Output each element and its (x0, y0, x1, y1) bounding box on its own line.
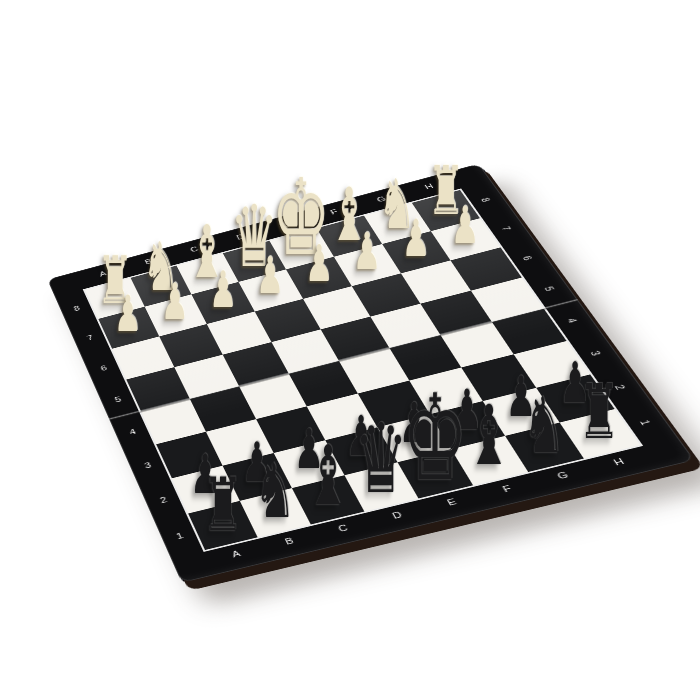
rank-label-left-7: 7 (80, 332, 101, 344)
rank-label-left-2: 2 (152, 493, 175, 506)
rank-label-right-6: 6 (518, 251, 538, 266)
piece-white-pawn-e7[interactable]: ♟ (304, 239, 332, 290)
piece-black-rook-h1[interactable]: ♜ (578, 375, 620, 450)
rank-label-left-3: 3 (136, 459, 159, 472)
piece-black-knight-b1[interactable]: ♞ (254, 454, 296, 529)
rank-label-left-6: 6 (93, 362, 114, 374)
piece-black-rook-a1[interactable]: ♜ (202, 468, 243, 541)
rank-label-left-5: 5 (107, 393, 129, 405)
rank-label-right-1: 1 (634, 414, 657, 431)
piece-black-bishop-f1[interactable]: ♝ (466, 396, 512, 479)
piece-black-bishop-c1[interactable]: ♝ (305, 436, 350, 518)
rank-label-left-4: 4 (121, 426, 143, 438)
piece-white-pawn-f7[interactable]: ♟ (353, 226, 381, 277)
rank-label-right-7: 7 (497, 221, 517, 235)
piece-black-knight-g1[interactable]: ♞ (523, 387, 566, 464)
rank-label-right-4: 4 (562, 313, 583, 328)
piece-black-queen-d1[interactable]: ♛ (354, 411, 407, 507)
rank-label-left-8: 8 (66, 303, 87, 314)
piece-white-pawn-d7[interactable]: ♟ (256, 252, 284, 303)
piece-black-king-e1[interactable]: ♚ (402, 379, 468, 498)
piece-white-pawn-g7[interactable]: ♟ (402, 213, 430, 264)
piece-white-pawn-b7[interactable]: ♟ (161, 277, 189, 327)
piece-white-pawn-a7[interactable]: ♟ (115, 289, 143, 339)
piece-white-pawn-c7[interactable]: ♟ (209, 264, 237, 314)
piece-white-pawn-h7[interactable]: ♟ (451, 200, 480, 251)
rank-label-right-5: 5 (539, 281, 560, 296)
rank-label-left-1: 1 (168, 529, 192, 542)
product-photo: AABBCCDDEEFFGGHH8877665544332211 ♜♞♝♛♚♝♞… (0, 0, 700, 700)
